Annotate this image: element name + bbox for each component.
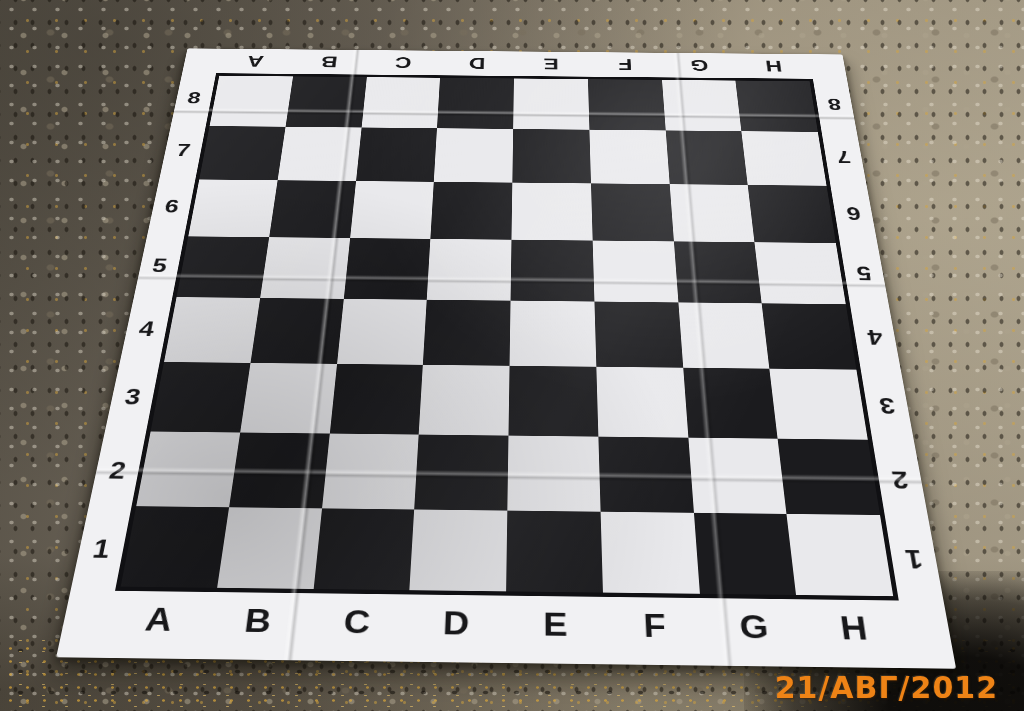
square-h5[interactable] [755, 242, 846, 304]
square-d5[interactable] [427, 239, 512, 301]
file-label-bottom-c: C [303, 593, 408, 661]
square-d6[interactable] [431, 182, 513, 240]
square-c7[interactable] [356, 127, 438, 181]
file-label-top-c: C [365, 50, 441, 75]
square-b6[interactable] [269, 180, 356, 238]
file-label-bottom-f: F [604, 597, 707, 666]
square-b5[interactable] [260, 237, 350, 299]
square-a7[interactable] [199, 126, 285, 180]
square-g2[interactable] [688, 438, 787, 514]
square-g8[interactable] [662, 80, 742, 131]
rank-label-right-7: 7 [821, 130, 866, 185]
square-g7[interactable] [665, 130, 748, 185]
square-a3[interactable] [151, 362, 251, 433]
square-f6[interactable] [591, 183, 674, 241]
square-d2[interactable] [414, 435, 508, 511]
square-g5[interactable] [674, 241, 762, 303]
square-f2[interactable] [598, 437, 693, 513]
square-f8[interactable] [588, 79, 666, 130]
square-g1[interactable] [693, 513, 796, 595]
square-e1[interactable] [506, 511, 603, 593]
square-h8[interactable] [736, 81, 818, 132]
square-c1[interactable] [313, 508, 414, 590]
square-d1[interactable] [410, 509, 508, 591]
file-label-bottom-g: G [702, 598, 808, 667]
square-b1[interactable] [217, 507, 322, 589]
file-label-top-d: D [439, 51, 514, 76]
file-label-bottom-d: D [404, 594, 506, 663]
file-label-bottom-b: B [203, 592, 311, 660]
file-label-bottom-e: E [505, 596, 606, 665]
square-b2[interactable] [229, 433, 330, 509]
square-e5[interactable] [511, 240, 595, 302]
square-e4[interactable] [510, 301, 597, 367]
photo-scene: AABBCCDDEEFFGGHH8877665544332211 21/АВГ/… [0, 0, 1024, 711]
square-d3[interactable] [419, 365, 510, 436]
file-label-top-e: E [514, 51, 589, 76]
date-stamp: 21/АВГ/2012 [775, 670, 998, 705]
square-c8[interactable] [361, 77, 440, 128]
square-d7[interactable] [434, 128, 513, 182]
square-d4[interactable] [423, 300, 510, 366]
square-b3[interactable] [240, 363, 337, 434]
square-e2[interactable] [507, 436, 600, 512]
square-d8[interactable] [437, 78, 514, 129]
file-label-top-b: B [290, 49, 367, 74]
square-f7[interactable] [589, 130, 669, 184]
chess-mat: AABBCCDDEEFFGGHH8877665544332211 [56, 48, 956, 668]
square-h1[interactable] [787, 514, 893, 596]
file-label-bottom-a: A [102, 591, 213, 659]
square-h4[interactable] [762, 303, 857, 369]
square-f1[interactable] [600, 512, 699, 594]
file-label-top-f: F [588, 52, 663, 77]
square-f5[interactable] [592, 241, 678, 303]
file-label-top-h: H [735, 53, 813, 78]
file-label-bottom-h: H [800, 599, 909, 668]
square-g4[interactable] [678, 302, 770, 368]
square-b8[interactable] [285, 76, 366, 127]
square-h6[interactable] [748, 185, 836, 243]
square-h3[interactable] [770, 369, 868, 440]
square-a4[interactable] [164, 297, 260, 363]
square-f3[interactable] [596, 367, 688, 438]
square-e7[interactable] [512, 129, 590, 183]
file-label-top-g: G [661, 53, 738, 78]
square-e8[interactable] [513, 78, 589, 129]
board-frame [115, 73, 899, 600]
square-a1[interactable] [121, 506, 229, 588]
square-g6[interactable] [669, 184, 754, 242]
square-g3[interactable] [683, 368, 778, 439]
square-c4[interactable] [337, 299, 427, 365]
square-b4[interactable] [250, 298, 343, 364]
square-c5[interactable] [343, 238, 430, 300]
square-h7[interactable] [742, 131, 827, 186]
square-c3[interactable] [329, 364, 423, 435]
rank-label-right-8: 8 [813, 79, 857, 131]
square-b7[interactable] [277, 127, 361, 181]
square-a2[interactable] [136, 431, 240, 507]
square-a5[interactable] [177, 236, 269, 298]
square-h2[interactable] [778, 439, 880, 515]
square-e3[interactable] [508, 366, 598, 437]
square-a6[interactable] [188, 179, 277, 237]
square-e6[interactable] [511, 183, 592, 241]
file-label-top-a: A [216, 49, 294, 74]
mat-grid: AABBCCDDEEFFGGHH8877665544332211 [56, 48, 956, 668]
square-f4[interactable] [594, 302, 683, 368]
square-c2[interactable] [322, 434, 419, 510]
square-a8[interactable] [210, 76, 293, 127]
square-c6[interactable] [350, 181, 434, 239]
